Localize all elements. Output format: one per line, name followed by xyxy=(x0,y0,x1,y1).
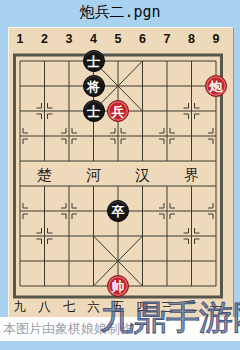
river-text: 楚 xyxy=(32,167,57,183)
river-text: 界 xyxy=(179,167,204,183)
watermark: 九鼎手游网 xyxy=(100,297,240,337)
piece-black-advisor[interactable]: 士 xyxy=(83,50,105,72)
piece-red-cannon[interactable]: 炮 xyxy=(205,75,227,97)
coordinate-label: 八 xyxy=(32,300,57,314)
board-panel: 123456789 楚河汉界 士将炮士兵卒帅 九八七六五四三二一 xyxy=(8,27,234,318)
piece-black-advisor[interactable]: 士 xyxy=(83,100,105,122)
page: 炮兵二.pgn 123456789 楚河汉界 士将炮士兵卒帅 九八七六五四三二一… xyxy=(0,0,240,350)
coordinate-label: 九 xyxy=(8,300,33,314)
piece-red-soldier[interactable]: 兵 xyxy=(107,100,129,122)
river-text: 汉 xyxy=(130,167,155,183)
piece-black-general[interactable]: 将 xyxy=(83,75,105,97)
coordinate-label: 七 xyxy=(57,300,82,314)
piece-red-general[interactable]: 帅 xyxy=(107,275,129,297)
piece-black-soldier[interactable]: 卒 xyxy=(107,200,129,222)
river-text: 河 xyxy=(81,167,106,183)
page-title: 炮兵二.pgn xyxy=(0,3,240,23)
